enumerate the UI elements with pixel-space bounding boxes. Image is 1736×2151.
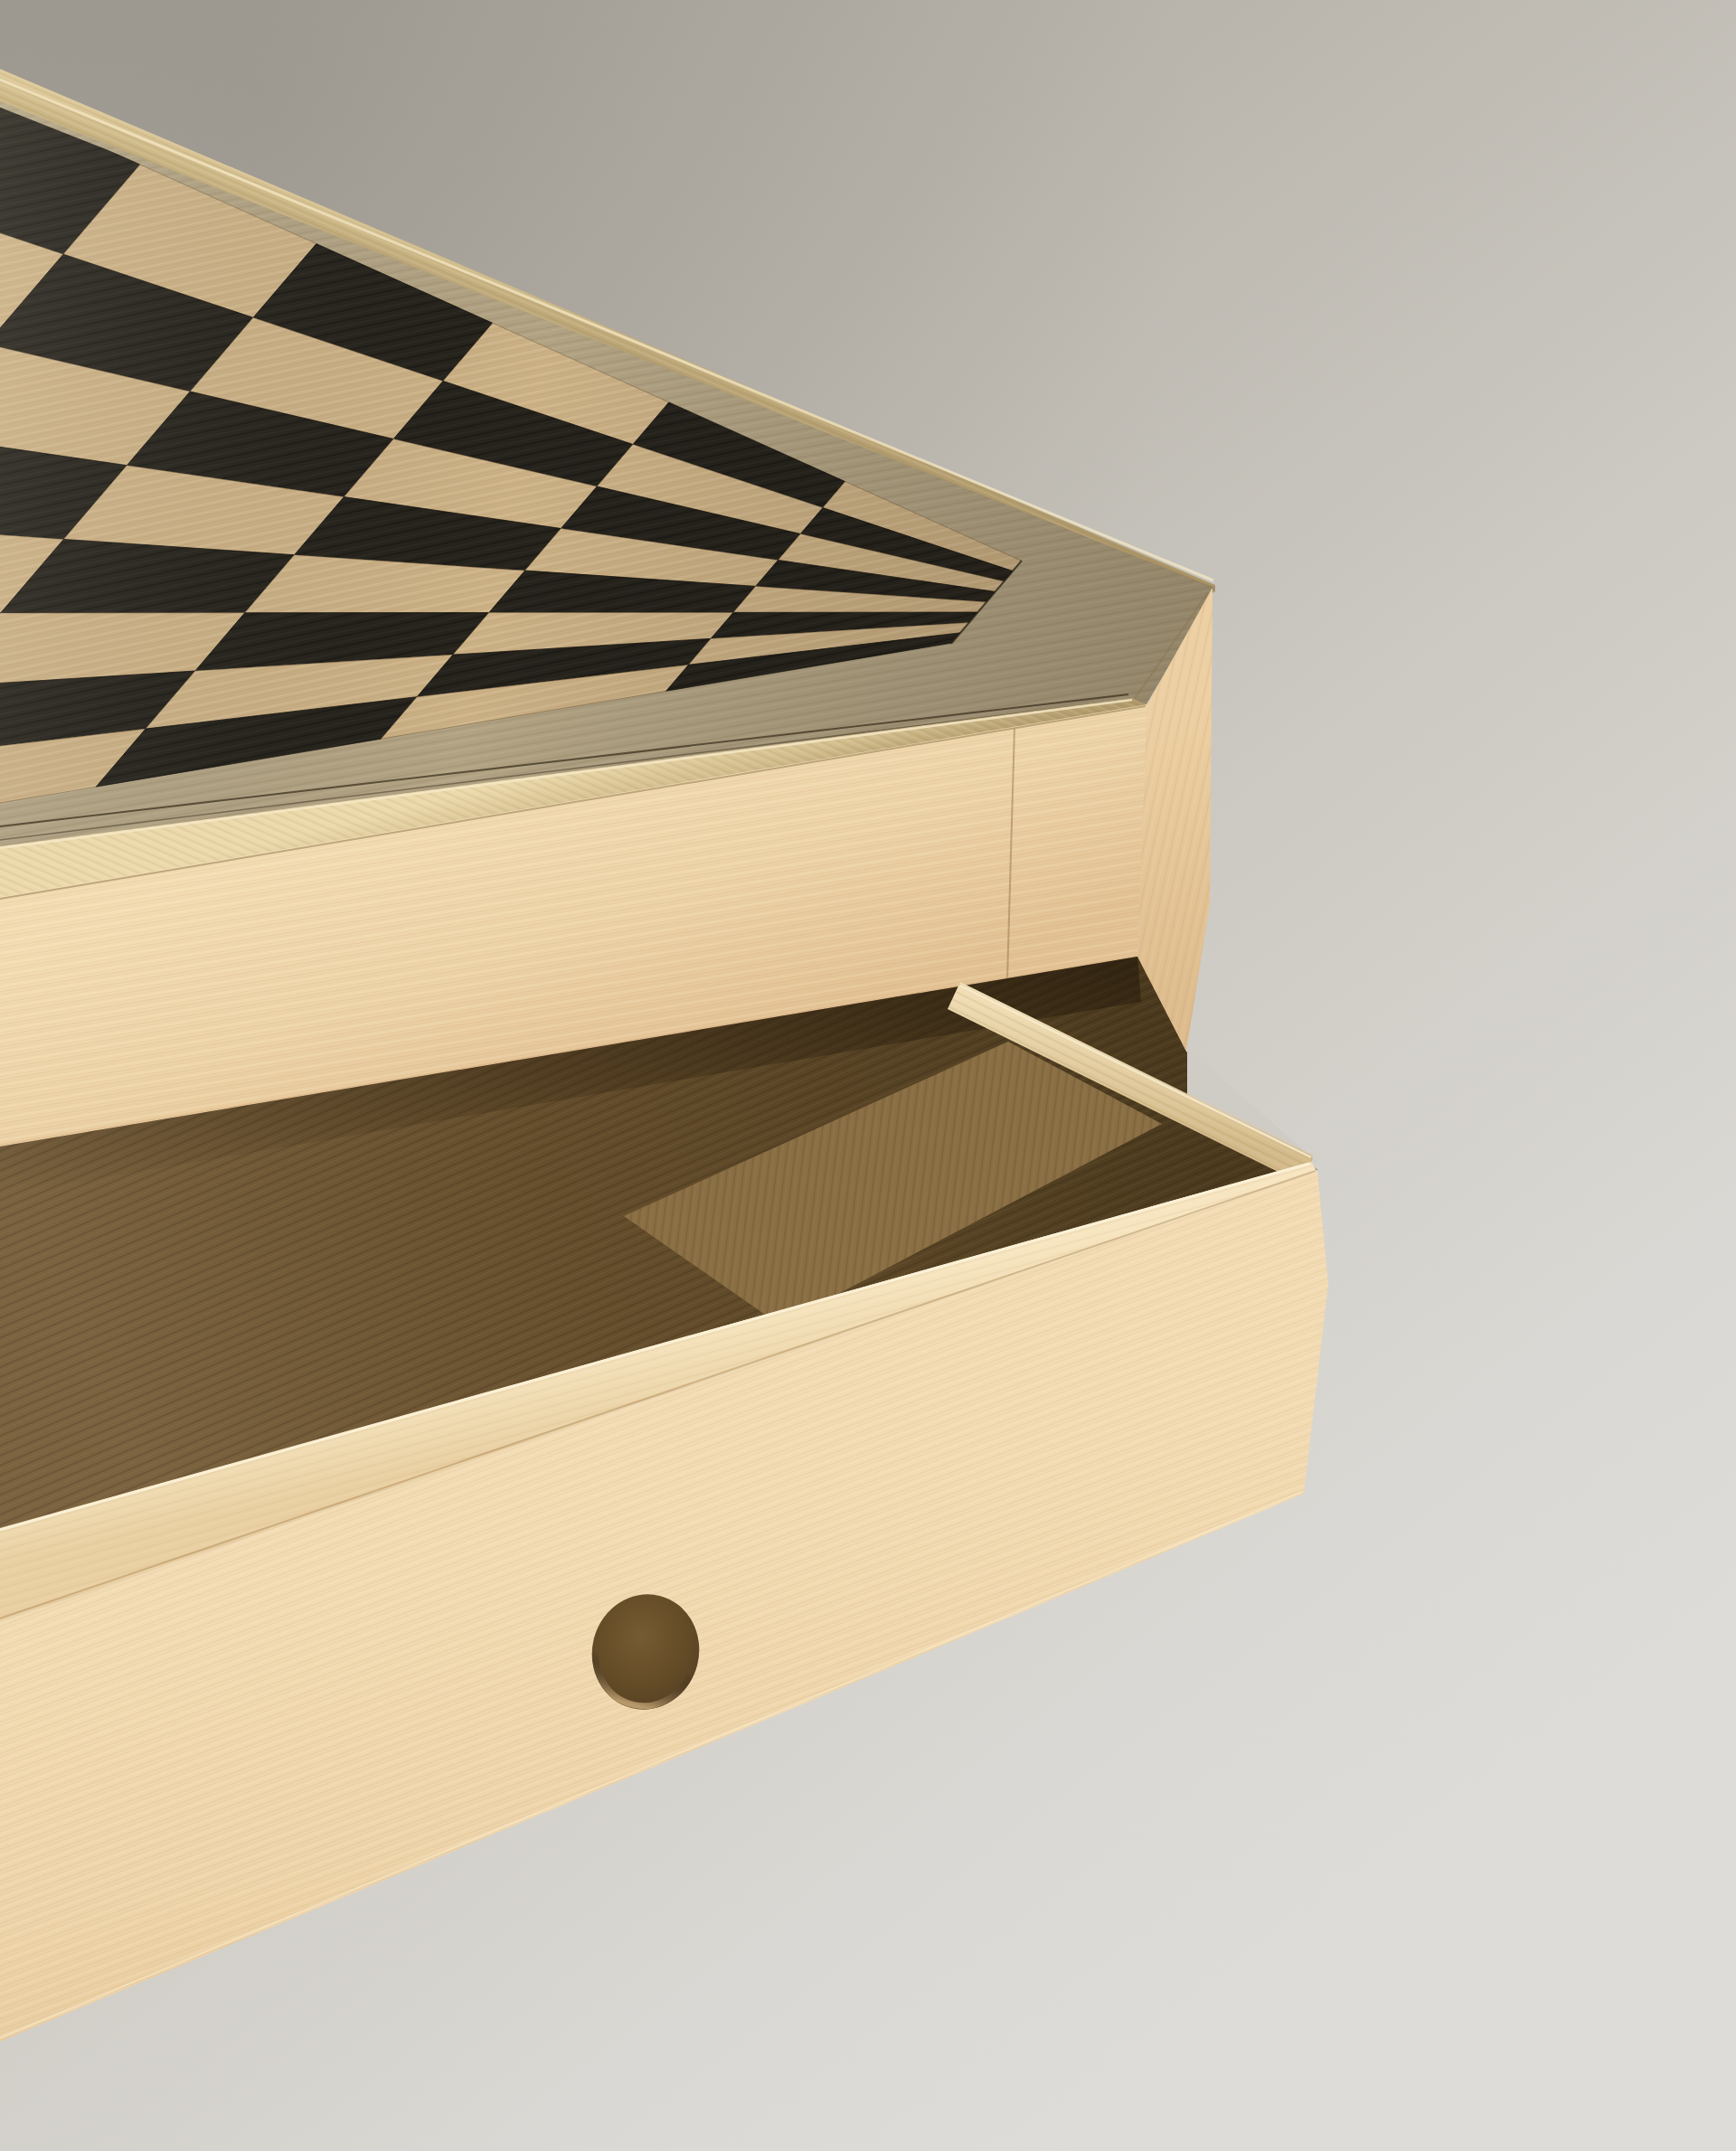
scene-canvas [0,0,1736,2151]
product-photo-chess-box [0,0,1736,2151]
